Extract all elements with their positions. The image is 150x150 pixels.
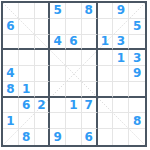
cell-r1c1[interactable] bbox=[3, 3, 19, 19]
cell-r2c2[interactable] bbox=[19, 19, 35, 35]
cell-r2c3[interactable] bbox=[35, 19, 51, 35]
cell-r5c5[interactable] bbox=[66, 66, 82, 82]
cell-r7c3[interactable]: 2 bbox=[35, 98, 51, 114]
cell-r5c2[interactable] bbox=[19, 66, 35, 82]
cell-r7c6[interactable]: 7 bbox=[82, 98, 98, 114]
cell-r4c4[interactable] bbox=[50, 50, 66, 66]
cell-r2c4[interactable] bbox=[50, 19, 66, 35]
sudoku-board: 589654613134981621718896 bbox=[1, 1, 147, 147]
cell-r9c7[interactable] bbox=[98, 129, 114, 145]
cell-r9c4[interactable]: 9 bbox=[50, 129, 66, 145]
cell-r3c4[interactable]: 4 bbox=[50, 35, 66, 51]
cell-r8c9[interactable]: 8 bbox=[129, 113, 145, 129]
cell-r5c8[interactable] bbox=[113, 66, 129, 82]
cell-r4c1[interactable] bbox=[3, 50, 19, 66]
cell-r4c2[interactable] bbox=[19, 50, 35, 66]
cell-r4c5[interactable] bbox=[66, 50, 82, 66]
cell-r5c7[interactable] bbox=[98, 66, 114, 82]
cell-r2c8[interactable] bbox=[113, 19, 129, 35]
cell-r8c2[interactable] bbox=[19, 113, 35, 129]
cell-r4c3[interactable] bbox=[35, 50, 51, 66]
cell-r6c3[interactable] bbox=[35, 82, 51, 98]
cell-r5c6[interactable] bbox=[82, 66, 98, 82]
cell-r8c3[interactable] bbox=[35, 113, 51, 129]
cell-r2c1[interactable]: 6 bbox=[3, 19, 19, 35]
cell-r8c7[interactable] bbox=[98, 113, 114, 129]
cell-r8c1[interactable]: 1 bbox=[3, 113, 19, 129]
cell-r1c9[interactable] bbox=[129, 3, 145, 19]
cell-r1c4[interactable]: 5 bbox=[50, 3, 66, 19]
cell-r6c8[interactable] bbox=[113, 82, 129, 98]
cell-r7c7[interactable] bbox=[98, 98, 114, 114]
cell-r6c7[interactable] bbox=[98, 82, 114, 98]
cell-r7c5[interactable]: 1 bbox=[66, 98, 82, 114]
cell-r7c8[interactable] bbox=[113, 98, 129, 114]
cell-r2c7[interactable] bbox=[98, 19, 114, 35]
cell-r5c9[interactable]: 9 bbox=[129, 66, 145, 82]
cell-r9c8[interactable] bbox=[113, 129, 129, 145]
cell-r1c3[interactable] bbox=[35, 3, 51, 19]
cell-r2c9[interactable]: 5 bbox=[129, 19, 145, 35]
cell-r3c3[interactable] bbox=[35, 35, 51, 51]
cell-r8c4[interactable] bbox=[50, 113, 66, 129]
cell-r5c1[interactable]: 4 bbox=[3, 66, 19, 82]
cell-r9c6[interactable]: 6 bbox=[82, 129, 98, 145]
cell-r2c5[interactable] bbox=[66, 19, 82, 35]
cell-r3c5[interactable]: 6 bbox=[66, 35, 82, 51]
cell-r1c7[interactable] bbox=[98, 3, 114, 19]
cell-r7c4[interactable] bbox=[50, 98, 66, 114]
cell-r5c3[interactable] bbox=[35, 66, 51, 82]
cell-r4c7[interactable] bbox=[98, 50, 114, 66]
cell-r9c9[interactable] bbox=[129, 129, 145, 145]
cell-r7c9[interactable] bbox=[129, 98, 145, 114]
cell-r4c9[interactable]: 3 bbox=[129, 50, 145, 66]
cell-r9c2[interactable]: 8 bbox=[19, 129, 35, 145]
cell-r8c6[interactable] bbox=[82, 113, 98, 129]
cell-r7c1[interactable] bbox=[3, 98, 19, 114]
cell-r7c2[interactable]: 6 bbox=[19, 98, 35, 114]
cell-r3c6[interactable] bbox=[82, 35, 98, 51]
cell-r5c4[interactable] bbox=[50, 66, 66, 82]
cell-r9c3[interactable] bbox=[35, 129, 51, 145]
cell-r1c2[interactable] bbox=[19, 3, 35, 19]
cell-r8c8[interactable] bbox=[113, 113, 129, 129]
cell-r2c6[interactable] bbox=[82, 19, 98, 35]
sudoku-grid: 589654613134981621718896 bbox=[3, 3, 145, 145]
cell-r9c5[interactable] bbox=[66, 129, 82, 145]
cell-r9c1[interactable] bbox=[3, 129, 19, 145]
cell-r4c6[interactable] bbox=[82, 50, 98, 66]
cell-r6c4[interactable] bbox=[50, 82, 66, 98]
cell-r6c6[interactable] bbox=[82, 82, 98, 98]
cell-r1c8[interactable]: 9 bbox=[113, 3, 129, 19]
cell-r6c5[interactable] bbox=[66, 82, 82, 98]
cell-r3c7[interactable]: 1 bbox=[98, 35, 114, 51]
cell-r3c8[interactable]: 3 bbox=[113, 35, 129, 51]
cell-r3c1[interactable] bbox=[3, 35, 19, 51]
cell-r3c2[interactable] bbox=[19, 35, 35, 51]
cell-r8c5[interactable] bbox=[66, 113, 82, 129]
cell-r3c9[interactable] bbox=[129, 35, 145, 51]
cell-r6c2[interactable]: 1 bbox=[19, 82, 35, 98]
cell-r1c6[interactable]: 8 bbox=[82, 3, 98, 19]
cell-r4c8[interactable]: 1 bbox=[113, 50, 129, 66]
cell-r1c5[interactable] bbox=[66, 3, 82, 19]
cell-r6c1[interactable]: 8 bbox=[3, 82, 19, 98]
cell-r6c9[interactable] bbox=[129, 82, 145, 98]
